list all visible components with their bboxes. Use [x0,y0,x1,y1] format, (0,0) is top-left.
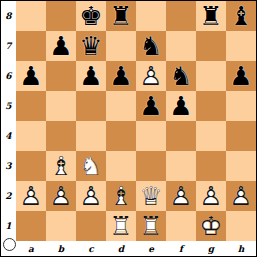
square-c1[interactable] [76,211,106,241]
square-c6[interactable]: ♟ [76,61,106,91]
rank-label-2: 2 [1,181,16,211]
white-pawn-icon: ♟ [226,181,256,211]
square-c2[interactable]: ♟♙ [76,181,106,211]
white-pawn-outline-icon: ♙ [166,181,196,211]
file-label-g: g [196,241,226,256]
square-g8[interactable]: ♜ [196,1,226,31]
rank-label-5: 5 [1,91,16,121]
square-f6[interactable]: ♞ [166,61,196,91]
white-rook-outline-icon: ♖ [106,211,136,241]
rank-label-6: 6 [1,61,16,91]
square-a3[interactable] [16,151,46,181]
square-f7[interactable] [166,31,196,61]
white-pawn-icon: ♟ [46,181,76,211]
black-bishop-icon: ♝ [226,1,256,31]
square-g7[interactable] [196,31,226,61]
white-knight-outline-icon: ♘ [76,151,106,181]
square-c5[interactable] [76,91,106,121]
white-pawn-outline-icon: ♙ [226,181,256,211]
white-bishop-icon: ♝ [106,181,136,211]
white-queen-icon: ♛ [136,181,166,211]
square-e3[interactable] [136,151,166,181]
square-d5[interactable] [106,91,136,121]
square-d8[interactable]: ♜ [106,1,136,31]
square-h4[interactable] [226,121,256,151]
square-h3[interactable] [226,151,256,181]
square-a7[interactable] [16,31,46,61]
square-d7[interactable] [106,31,136,61]
white-bishop-outline-icon: ♗ [106,181,136,211]
file-label-e: e [136,241,166,256]
black-pawn-icon: ♟ [16,61,46,91]
square-e2[interactable]: ♛♕ [136,181,166,211]
white-pawn-icon: ♟ [76,181,106,211]
square-h1[interactable] [226,211,256,241]
chess-board: ♚♜♜♝♟♛♞♟♟♟♟♙♞♟♟♟♝♗♞♘♟♙♟♙♟♙♝♗♛♕♟♙♟♙♟♙♜♖♜♖… [16,1,256,241]
square-g5[interactable] [196,91,226,121]
white-rook-outline-icon: ♖ [136,211,166,241]
square-d6[interactable]: ♟ [106,61,136,91]
square-e8[interactable] [136,1,166,31]
square-c3[interactable]: ♞♘ [76,151,106,181]
black-pawn-icon: ♟ [76,61,106,91]
black-pawn-icon: ♟ [106,61,136,91]
square-b3[interactable]: ♝♗ [46,151,76,181]
square-h2[interactable]: ♟♙ [226,181,256,211]
square-e4[interactable] [136,121,166,151]
white-rook-icon: ♜ [106,211,136,241]
file-label-b: b [46,241,76,256]
rank-labels: 87654321 [1,1,16,241]
white-pawn-outline-icon: ♙ [196,181,226,211]
white-rook-icon: ♜ [136,211,166,241]
square-h6[interactable]: ♟ [226,61,256,91]
file-label-f: f [166,241,196,256]
square-b6[interactable] [46,61,76,91]
square-c4[interactable] [76,121,106,151]
white-pawn-outline-icon: ♙ [16,181,46,211]
square-a5[interactable] [16,91,46,121]
black-pawn-icon: ♟ [166,91,196,121]
square-a1[interactable] [16,211,46,241]
square-g2[interactable]: ♟♙ [196,181,226,211]
square-e6[interactable]: ♟♙ [136,61,166,91]
white-queen-outline-icon: ♕ [136,181,166,211]
square-b8[interactable] [46,1,76,31]
square-a4[interactable] [16,121,46,151]
rank-label-4: 4 [1,121,16,151]
rank-label-3: 3 [1,151,16,181]
file-labels: abcdefgh [1,241,256,256]
white-king-icon: ♚ [196,211,226,241]
rank-label-8: 8 [1,1,16,31]
square-b4[interactable] [46,121,76,151]
square-g4[interactable] [196,121,226,151]
square-a6[interactable]: ♟ [16,61,46,91]
black-rook-icon: ♜ [106,1,136,31]
square-g6[interactable] [196,61,226,91]
square-f2[interactable]: ♟♙ [166,181,196,211]
file-label-a: a [16,241,46,256]
square-b1[interactable] [46,211,76,241]
rank-label-7: 7 [1,31,16,61]
square-b7[interactable]: ♟ [46,31,76,61]
white-pawn-outline-icon: ♙ [46,181,76,211]
black-pawn-icon: ♟ [136,91,166,121]
rank-label-1: 1 [1,211,16,241]
white-bishop-icon: ♝ [46,151,76,181]
square-b2[interactable]: ♟♙ [46,181,76,211]
file-label-c: c [76,241,106,256]
square-d4[interactable] [106,121,136,151]
square-d3[interactable] [106,151,136,181]
square-h8[interactable]: ♝ [226,1,256,31]
black-rook-icon: ♜ [196,1,226,31]
square-a8[interactable] [16,1,46,31]
black-pawn-icon: ♟ [226,61,256,91]
black-queen-icon: ♛ [76,31,106,61]
square-d2[interactable]: ♝♗ [106,181,136,211]
file-label-h: h [226,241,256,256]
chess-diagram: 87654321 ♚♜♜♝♟♛♞♟♟♟♟♙♞♟♟♟♝♗♞♘♟♙♟♙♟♙♝♗♛♕♟… [0,0,257,257]
square-f5[interactable]: ♟ [166,91,196,121]
square-f3[interactable] [166,151,196,181]
square-f4[interactable] [166,121,196,151]
black-pawn-icon: ♟ [46,31,76,61]
white-pawn-icon: ♟ [136,61,166,91]
white-bishop-outline-icon: ♗ [46,151,76,181]
white-pawn-icon: ♟ [166,181,196,211]
square-c8[interactable]: ♚ [76,1,106,31]
square-e5[interactable]: ♟ [136,91,166,121]
square-d1[interactable]: ♜♖ [106,211,136,241]
square-f1[interactable] [166,211,196,241]
file-label-d: d [106,241,136,256]
square-h5[interactable] [226,91,256,121]
square-a2[interactable]: ♟♙ [16,181,46,211]
square-c7[interactable]: ♛ [76,31,106,61]
square-f8[interactable] [166,1,196,31]
square-e7[interactable]: ♞ [136,31,166,61]
white-pawn-icon: ♟ [16,181,46,211]
square-g3[interactable] [196,151,226,181]
square-g1[interactable]: ♚♔ [196,211,226,241]
square-h7[interactable] [226,31,256,61]
white-pawn-icon: ♟ [196,181,226,211]
square-b5[interactable] [46,91,76,121]
white-to-move-indicator [3,238,16,251]
white-pawn-outline-icon: ♙ [136,61,166,91]
white-king-outline-icon: ♔ [196,211,226,241]
square-e1[interactable]: ♜♖ [136,211,166,241]
black-king-icon: ♚ [76,1,106,31]
black-knight-icon: ♞ [136,31,166,61]
white-knight-icon: ♞ [76,151,106,181]
black-knight-icon: ♞ [166,61,196,91]
white-pawn-outline-icon: ♙ [76,181,106,211]
